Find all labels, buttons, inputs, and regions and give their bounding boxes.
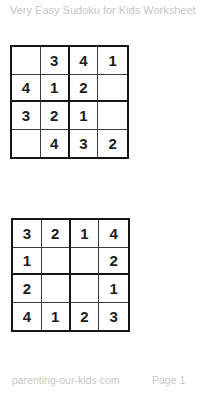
sudoku-cell-r3c3[interactable] — [71, 275, 100, 303]
site-name: parenting-our-kids com — [12, 374, 119, 386]
worksheet-page: Very Easy Sudoku for Kids Worksheet 3414… — [0, 0, 222, 400]
sudoku-cell-r2c2: 1 — [41, 75, 70, 103]
sudoku-cell-r1c3: 1 — [71, 220, 100, 248]
sudoku-cell-r1c4: 4 — [99, 220, 128, 248]
sudoku-cell-r4c1: 4 — [13, 303, 42, 331]
sudoku-grid-1: 341412321432 — [10, 45, 129, 159]
sudoku-cell-r3c2[interactable] — [42, 275, 71, 303]
sudoku-cell-r3c1: 3 — [12, 102, 41, 130]
sudoku-cell-r2c4: 2 — [99, 248, 128, 276]
sudoku-cell-r1c2: 3 — [41, 47, 70, 75]
sudoku-cell-r1c1: 3 — [13, 220, 42, 248]
sudoku-cell-r4c4: 3 — [99, 303, 128, 331]
sudoku-cell-r2c1: 4 — [12, 75, 41, 103]
sudoku-cell-r3c4: 1 — [99, 275, 128, 303]
sudoku-cell-r3c4[interactable] — [98, 102, 127, 130]
sudoku-cell-r4c2: 1 — [42, 303, 71, 331]
sudoku-cell-r4c1[interactable] — [12, 130, 41, 158]
sudoku-cell-r4c3: 2 — [71, 303, 100, 331]
sudoku-cell-r2c3[interactable] — [71, 248, 100, 276]
page-number: Page 1 — [152, 374, 185, 386]
sudoku-grid-2: 321412214123 — [11, 218, 130, 332]
sudoku-cell-r1c3: 4 — [70, 47, 99, 75]
sudoku-cell-r4c3: 3 — [70, 130, 99, 158]
sudoku-cell-r2c4[interactable] — [98, 75, 127, 103]
page-title: Very Easy Sudoku for Kids Worksheet — [10, 4, 216, 17]
sudoku-cell-r3c2: 2 — [41, 102, 70, 130]
sudoku-cell-r2c2[interactable] — [42, 248, 71, 276]
sudoku-cell-r4c4: 2 — [98, 130, 127, 158]
sudoku-cell-r2c3: 2 — [70, 75, 99, 103]
sudoku-cell-r1c4: 1 — [98, 47, 127, 75]
sudoku-cell-r3c3: 1 — [70, 102, 99, 130]
sudoku-cell-r3c1: 2 — [13, 275, 42, 303]
sudoku-cell-r2c1: 1 — [13, 248, 42, 276]
sudoku-cell-r4c2: 4 — [41, 130, 70, 158]
sudoku-cell-r1c2: 2 — [42, 220, 71, 248]
page-footer: parenting-our-kids com Page 1 — [0, 374, 222, 388]
sudoku-cell-r1c1[interactable] — [12, 47, 41, 75]
